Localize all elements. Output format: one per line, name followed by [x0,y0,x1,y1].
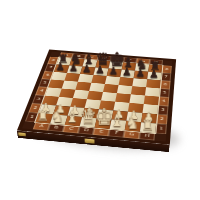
rank-label: 8 [165,68,169,71]
rank-label: 5 [163,91,167,95]
piece-white-bishop: ♝ [65,109,80,125]
product-photo: ABCDEFGH8♜♞♝♛♚♝♞♜87♟♟♟♟♟♟♟♟7665544332♟♟♟… [0,0,200,200]
piece-white-knight: ♞ [50,109,65,124]
piece-white-rook: ♜ [140,118,155,132]
file-label: F [114,131,118,135]
piece-white-queen: ♛ [80,107,95,126]
rank-label: 7 [48,66,52,69]
square-h7: ♟ [147,72,161,81]
piece-black-pawn: ♟ [134,68,148,79]
square-g1: ♞ [125,121,142,132]
piece-black-pawn: ♟ [120,67,134,78]
file-label-cell: H [139,132,155,141]
file-label-cell: E [93,128,110,136]
piece-black-pawn: ♟ [54,62,67,73]
square-e5 [103,84,119,93]
rank-label: 5 [43,81,48,84]
file-label: C [69,127,74,131]
file-label: G [129,132,134,136]
square-h1: ♜ [140,122,156,133]
rank-label: 1 [29,115,34,119]
rank-label-cell: 3 [157,105,168,115]
square-g5 [131,86,146,95]
rank-label: 2 [160,117,164,121]
piece-black-pawn: ♟ [93,65,106,76]
file-label-cell: F [108,129,125,137]
piece-black-pawn: ♟ [80,64,93,75]
file-label: H [145,134,150,138]
rank-label: 4 [162,100,166,104]
brass-latch-icon [85,139,95,144]
file-label: B [54,126,59,130]
board-rim: ABCDEFGH8♜♞♝♛♚♝♞♜87♟♟♟♟♟♟♟♟7665544332♟♟♟… [17,50,176,145]
piece-black-pawn: ♟ [107,66,121,77]
file-label: A [39,124,44,128]
square-h5 [145,87,160,96]
file-label-cell: C [63,125,80,133]
file-label-cell: D [78,126,95,134]
rank-label: 7 [164,75,168,78]
piece-white-knight: ♞ [125,116,140,131]
square-f4 [115,93,131,103]
scene: ABCDEFGH8♜♞♝♛♚♝♞♜87♟♟♟♟♟♟♟♟7665544332♟♟♟… [37,26,169,158]
rank-label: 3 [161,108,165,112]
piece-black-pawn: ♟ [67,63,80,74]
file-label-cell: G [123,130,139,139]
rank-label: 4 [39,89,44,93]
file-label: D [83,128,89,132]
rank-label: 6 [46,74,50,77]
frame-corner [154,133,166,141]
square-g7: ♟ [134,71,149,80]
piece-white-bishop: ♝ [110,113,125,129]
brass-clasp-icon [18,132,26,136]
piece-white-king: ♚ [94,106,109,128]
piece-black-pawn: ♟ [147,69,161,80]
file-label: E [99,130,104,134]
rank-label: 1 [159,127,163,131]
piece-white-rook: ♜ [35,109,50,123]
chess-board: ABCDEFGH8♜♞♝♛♚♝♞♜87♟♟♟♟♟♟♟♟7665544332♟♟♟… [22,52,172,142]
file-label-cell: B [48,124,65,132]
rank-label: 6 [163,83,167,86]
square-c5 [75,82,91,91]
square-a5 [48,79,64,88]
